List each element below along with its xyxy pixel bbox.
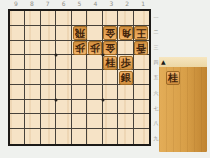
square-4-5[interactable]	[87, 70, 102, 85]
square-4-6[interactable]	[87, 85, 102, 100]
square-1-9[interactable]	[134, 129, 149, 144]
square-8-3[interactable]	[25, 41, 40, 56]
square-5-1[interactable]	[72, 11, 87, 26]
square-4-7[interactable]	[87, 100, 102, 115]
square-6-7[interactable]	[56, 100, 71, 115]
square-1-5[interactable]	[134, 70, 149, 85]
rank-label-2: 二	[152, 24, 160, 39]
piece-gote-22[interactable]: 角	[119, 26, 133, 40]
square-8-9[interactable]	[25, 129, 40, 144]
file-label-1: 1	[135, 0, 151, 8]
square-5-6[interactable]	[72, 85, 87, 100]
square-2-9[interactable]	[118, 129, 133, 144]
square-5-7[interactable]	[72, 100, 87, 115]
square-4-4[interactable]	[87, 55, 102, 70]
square-3-8[interactable]	[103, 114, 118, 129]
square-5-4[interactable]	[72, 55, 87, 70]
square-7-8[interactable]	[41, 114, 56, 129]
square-2-8[interactable]	[118, 114, 133, 129]
komadai-header: ▲	[159, 57, 207, 67]
square-8-6[interactable]	[25, 85, 40, 100]
hoshi-dot	[101, 98, 104, 101]
square-7-7[interactable]	[41, 100, 56, 115]
square-3-7[interactable]	[103, 100, 118, 115]
file-label-4: 4	[87, 0, 103, 8]
square-8-5[interactable]	[25, 70, 40, 85]
piece-gote-32[interactable]: 金	[103, 26, 117, 40]
square-8-8[interactable]	[25, 114, 40, 129]
square-6-9[interactable]	[56, 129, 71, 144]
hoshi-dot	[55, 54, 58, 57]
square-5-9[interactable]	[72, 129, 87, 144]
square-4-9[interactable]	[87, 129, 102, 144]
square-6-8[interactable]	[56, 114, 71, 129]
square-7-2[interactable]	[41, 26, 56, 41]
square-3-5[interactable]	[103, 70, 118, 85]
square-9-8[interactable]	[10, 114, 25, 129]
square-9-9[interactable]	[10, 129, 25, 144]
square-6-1[interactable]	[56, 11, 71, 26]
square-7-1[interactable]	[41, 11, 56, 26]
square-4-8[interactable]	[87, 114, 102, 129]
square-6-4[interactable]	[56, 55, 71, 70]
komadai-piece-stand: ▲ 桂	[159, 57, 207, 152]
piece-gote-13[interactable]: 香	[134, 41, 148, 55]
square-9-5[interactable]	[10, 70, 25, 85]
square-4-2[interactable]	[87, 26, 102, 41]
file-label-6: 6	[56, 0, 72, 8]
rank-label-3: 三	[152, 39, 160, 54]
square-2-1[interactable]	[118, 11, 133, 26]
hand-piece-桂[interactable]: 桂	[166, 71, 180, 85]
square-6-5[interactable]	[56, 70, 71, 85]
piece-sente-34[interactable]: 桂	[103, 56, 117, 70]
square-8-2[interactable]	[25, 26, 40, 41]
square-9-6[interactable]	[10, 85, 25, 100]
sente-hand-area: 桂	[159, 67, 207, 152]
square-3-6[interactable]	[103, 85, 118, 100]
square-8-7[interactable]	[25, 100, 40, 115]
square-3-9[interactable]	[103, 129, 118, 144]
file-label-7: 7	[40, 0, 56, 8]
square-7-5[interactable]	[41, 70, 56, 85]
square-9-1[interactable]	[10, 11, 25, 26]
square-7-4[interactable]	[41, 55, 56, 70]
piece-gote-52[interactable]: 飛	[73, 26, 87, 40]
square-9-4[interactable]	[10, 55, 25, 70]
square-5-5[interactable]	[72, 70, 87, 85]
square-7-6[interactable]	[41, 85, 56, 100]
square-4-1[interactable]	[87, 11, 102, 26]
square-9-2[interactable]	[10, 26, 25, 41]
file-label-5: 5	[72, 0, 88, 8]
square-7-3[interactable]	[41, 41, 56, 56]
square-1-8[interactable]	[134, 114, 149, 129]
piece-gote-33[interactable]: 金	[103, 41, 117, 55]
file-label-9: 9	[8, 0, 24, 8]
file-label-3: 3	[103, 0, 119, 8]
square-5-8[interactable]	[72, 114, 87, 129]
sente-triangle-icon: ▲	[161, 57, 166, 67]
square-1-4[interactable]	[134, 55, 149, 70]
square-2-7[interactable]	[118, 100, 133, 115]
square-9-7[interactable]	[10, 100, 25, 115]
square-1-7[interactable]	[134, 100, 149, 115]
square-7-9[interactable]	[41, 129, 56, 144]
square-3-1[interactable]	[103, 11, 118, 26]
file-label-8: 8	[24, 0, 40, 8]
hoshi-dot	[55, 98, 58, 101]
square-6-2[interactable]	[56, 26, 71, 41]
piece-gote-53[interactable]: 歩	[73, 41, 87, 55]
square-1-6[interactable]	[134, 85, 149, 100]
piece-gote-43[interactable]: 歩	[88, 41, 102, 55]
square-6-3[interactable]	[56, 41, 71, 56]
square-1-1[interactable]	[134, 11, 149, 26]
square-8-4[interactable]	[25, 55, 40, 70]
hoshi-dot	[101, 54, 104, 57]
piece-sente-24[interactable]: 歩	[119, 56, 133, 70]
rank-label-1: 一	[152, 9, 160, 24]
file-labels: 987654321	[8, 0, 151, 8]
shogi-diagram: 987654321 飛金角王歩歩金香桂歩銀 一二三四五六七八九 ▲ 桂	[0, 0, 210, 158]
square-9-3[interactable]	[10, 41, 25, 56]
piece-gote-12[interactable]: 王	[134, 26, 148, 40]
square-8-1[interactable]	[25, 11, 40, 26]
shogi-board[interactable]: 飛金角王歩歩金香桂歩銀	[8, 9, 151, 146]
square-6-6[interactable]	[56, 85, 71, 100]
square-2-6[interactable]	[118, 85, 133, 100]
piece-sente-25[interactable]: 銀	[119, 71, 133, 85]
file-label-2: 2	[119, 0, 135, 8]
square-2-3[interactable]	[118, 41, 133, 56]
